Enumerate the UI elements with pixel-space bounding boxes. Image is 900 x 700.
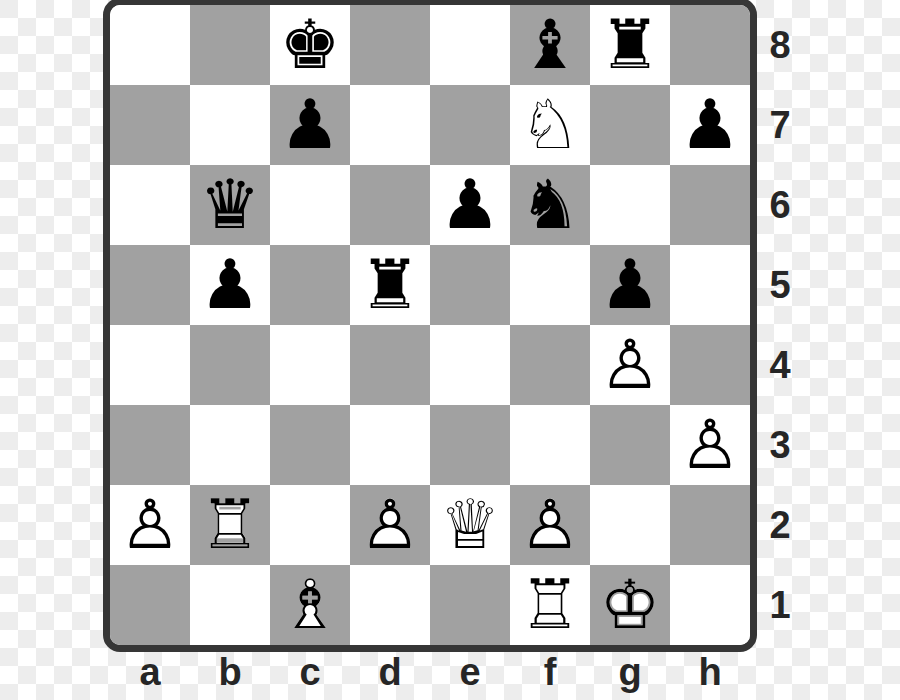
file-label-f: f [510,652,590,692]
white-pawn: ♟♙ [110,485,190,565]
square-e4[interactable] [430,325,510,405]
rank-label-3: 3 [757,405,803,485]
square-e1[interactable] [430,565,510,645]
square-d3[interactable] [350,405,430,485]
black-pawn: ♟ [270,85,350,165]
square-h5[interactable] [670,245,750,325]
square-d4[interactable] [350,325,430,405]
square-a8[interactable] [110,5,190,85]
square-b7[interactable] [190,85,270,165]
black-pawn: ♟ [670,85,750,165]
white-pawn: ♟♙ [510,485,590,565]
square-h4[interactable] [670,325,750,405]
square-h2[interactable] [670,485,750,565]
square-h3[interactable]: ♟♙ [670,405,750,485]
square-c3[interactable] [270,405,350,485]
square-f4[interactable] [510,325,590,405]
square-h8[interactable] [670,5,750,85]
square-f2[interactable]: ♟♙ [510,485,590,565]
square-b2[interactable]: ♜♖ [190,485,270,565]
square-e2[interactable]: ♛♕ [430,485,510,565]
square-e5[interactable] [430,245,510,325]
square-g7[interactable] [590,85,670,165]
rank-label-4: 4 [757,325,803,405]
square-b5[interactable]: ♟ [190,245,270,325]
square-a3[interactable] [110,405,190,485]
rank-label-7: 7 [757,85,803,165]
square-g6[interactable] [590,165,670,245]
square-f1[interactable]: ♜♖ [510,565,590,645]
square-d5[interactable]: ♜ [350,245,430,325]
square-e6[interactable]: ♟ [430,165,510,245]
square-e8[interactable] [430,5,510,85]
square-f3[interactable] [510,405,590,485]
rank-label-8: 8 [757,5,803,85]
file-label-c: c [270,652,350,692]
black-queen: ♛ [190,165,270,245]
square-h6[interactable] [670,165,750,245]
white-king: ♚♔ [590,565,670,645]
black-knight: ♞ [510,165,590,245]
square-a6[interactable] [110,165,190,245]
black-rook: ♜ [350,245,430,325]
square-g4[interactable]: ♟♙ [590,325,670,405]
square-a5[interactable] [110,245,190,325]
square-c8[interactable]: ♚ [270,5,350,85]
square-b6[interactable]: ♛ [190,165,270,245]
square-c7[interactable]: ♟ [270,85,350,165]
file-label-a: a [110,652,190,692]
square-g2[interactable] [590,485,670,565]
square-e3[interactable] [430,405,510,485]
black-king: ♚ [270,5,350,85]
square-g3[interactable] [590,405,670,485]
rank-label-2: 2 [757,485,803,565]
square-c6[interactable] [270,165,350,245]
rank-label-5: 5 [757,245,803,325]
square-d7[interactable] [350,85,430,165]
square-a1[interactable] [110,565,190,645]
square-b8[interactable] [190,5,270,85]
file-label-g: g [590,652,670,692]
file-label-e: e [430,652,510,692]
file-label-d: d [350,652,430,692]
board-grid: ♚♝♜♟♞♘♟♛♟♞♟♜♟♟♙♟♙♟♙♜♖♟♙♛♕♟♙♝♗♜♖♚♔ [110,5,750,645]
white-knight: ♞♘ [510,85,590,165]
black-pawn: ♟ [430,165,510,245]
square-g8[interactable]: ♜ [590,5,670,85]
square-d1[interactable] [350,565,430,645]
square-a4[interactable] [110,325,190,405]
square-d8[interactable] [350,5,430,85]
chess-board: ♚♝♜♟♞♘♟♛♟♞♟♜♟♟♙♟♙♟♙♜♖♟♙♛♕♟♙♝♗♜♖♚♔ [103,0,757,652]
file-label-h: h [670,652,750,692]
rank-label-6: 6 [757,165,803,245]
black-bishop: ♝ [510,5,590,85]
square-d2[interactable]: ♟♙ [350,485,430,565]
black-pawn: ♟ [590,245,670,325]
white-pawn: ♟♙ [670,405,750,485]
square-c2[interactable] [270,485,350,565]
square-c1[interactable]: ♝♗ [270,565,350,645]
rank-label-1: 1 [757,565,803,645]
square-b3[interactable] [190,405,270,485]
square-a7[interactable] [110,85,190,165]
square-h7[interactable]: ♟ [670,85,750,165]
square-f5[interactable] [510,245,590,325]
white-rook: ♜♖ [190,485,270,565]
square-b4[interactable] [190,325,270,405]
white-bishop: ♝♗ [270,565,350,645]
square-a2[interactable]: ♟♙ [110,485,190,565]
square-h1[interactable] [670,565,750,645]
square-c5[interactable] [270,245,350,325]
square-g5[interactable]: ♟ [590,245,670,325]
black-pawn: ♟ [190,245,270,325]
white-queen: ♛♕ [430,485,510,565]
square-e7[interactable] [430,85,510,165]
black-rook: ♜ [590,5,670,85]
square-c4[interactable] [270,325,350,405]
square-f8[interactable]: ♝ [510,5,590,85]
square-b1[interactable] [190,565,270,645]
square-g1[interactable]: ♚♔ [590,565,670,645]
white-pawn: ♟♙ [590,325,670,405]
file-label-b: b [190,652,270,692]
white-pawn: ♟♙ [350,485,430,565]
square-f6[interactable]: ♞ [510,165,590,245]
white-rook: ♜♖ [510,565,590,645]
square-d6[interactable] [350,165,430,245]
square-f7[interactable]: ♞♘ [510,85,590,165]
